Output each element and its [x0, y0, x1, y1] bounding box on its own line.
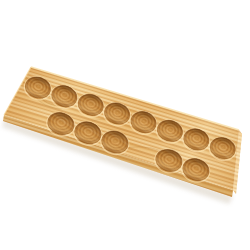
product-photo-scene	[0, 0, 250, 250]
mancala-board-photo	[0, 0, 250, 250]
